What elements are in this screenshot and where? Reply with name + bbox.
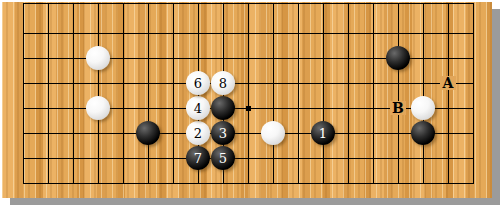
go-diagram-root: AB12345678 (0, 0, 500, 210)
grid-hline (23, 183, 474, 184)
board-label-a: A (440, 76, 456, 90)
grid-vline (473, 3, 474, 184)
grid-vline (123, 3, 124, 184)
grid-vline (398, 3, 399, 184)
black-stone-move-3: 3 (211, 121, 235, 145)
grid-hline (23, 83, 474, 84)
grid-vline (248, 3, 249, 184)
white-stone-move-6: 6 (186, 71, 210, 95)
black-stone (211, 96, 235, 120)
grid-vline (423, 3, 424, 184)
white-stone (86, 46, 110, 70)
grid-vline (173, 3, 174, 184)
black-stone-move-7: 7 (186, 146, 210, 170)
black-stone-move-1: 1 (311, 121, 335, 145)
white-stone-move-2: 2 (186, 121, 210, 145)
grid-hline (23, 33, 474, 34)
black-stone (411, 121, 435, 145)
grid-vline (323, 3, 324, 184)
black-stone (136, 121, 160, 145)
white-stone (411, 96, 435, 120)
grid-vline (98, 3, 99, 184)
white-stone-move-8: 8 (211, 71, 235, 95)
black-stone-move-5: 5 (211, 146, 235, 170)
board-label-b: B (390, 101, 406, 115)
grid-top-cut-line (23, 3, 474, 4)
grid-vline (48, 3, 49, 184)
star-point (246, 106, 251, 111)
grid-vline (73, 3, 74, 184)
white-stone-move-4: 4 (186, 96, 210, 120)
grid-hline (23, 158, 474, 159)
grid-hline (23, 133, 474, 134)
grid-vline (273, 3, 274, 184)
black-stone (386, 46, 410, 70)
grid-vline (23, 3, 24, 184)
grid-vline (373, 3, 374, 184)
white-stone (261, 121, 285, 145)
go-board: AB12345678 (2, 2, 492, 198)
grid-vline (348, 3, 349, 184)
grid-vline (448, 3, 449, 184)
white-stone (86, 96, 110, 120)
grid-vline (298, 3, 299, 184)
grid-vline (148, 3, 149, 184)
